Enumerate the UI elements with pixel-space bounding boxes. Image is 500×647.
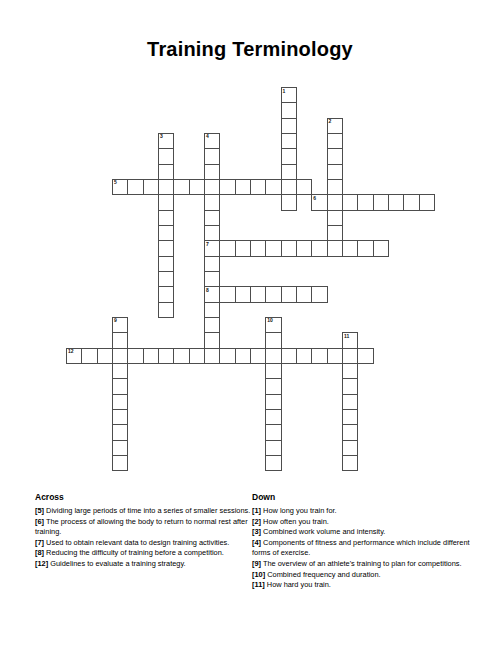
clue-number: [12] <box>35 559 48 568</box>
grid-cell[interactable] <box>342 348 358 364</box>
clue-text: Combined frequency and duration. <box>265 570 380 579</box>
grid-cell[interactable] <box>204 271 220 287</box>
clue-number: [10] <box>252 570 265 579</box>
grid-cell[interactable] <box>342 455 358 471</box>
grid-cell[interactable] <box>204 225 220 241</box>
grid-cell[interactable] <box>327 179 343 195</box>
grid-cell[interactable] <box>342 363 358 379</box>
clue-item: [10] Combined frequency and duration. <box>252 570 476 581</box>
clue-item: [7] Used to obtain relevant data to desi… <box>35 538 251 549</box>
grid-cell[interactable] <box>250 179 266 195</box>
grid-cell[interactable] <box>204 133 220 149</box>
clue-item: [3] Combined work volume and intensity. <box>252 527 476 538</box>
crossword-grid: 123456789101112 <box>66 87 436 472</box>
grid-cell[interactable] <box>281 179 297 195</box>
grid-cell[interactable] <box>265 440 281 456</box>
grid-cell[interactable] <box>342 332 358 348</box>
grid-cell[interactable] <box>250 348 266 364</box>
grid-cell[interactable] <box>112 409 128 425</box>
grid-cell[interactable] <box>281 87 297 103</box>
grid-cell[interactable] <box>189 179 205 195</box>
grid-cell[interactable] <box>112 317 128 333</box>
grid-cell[interactable] <box>158 240 174 256</box>
grid-cell[interactable] <box>311 240 327 256</box>
grid-cell[interactable] <box>296 286 312 302</box>
grid-cell[interactable] <box>204 240 220 256</box>
clue-number: [3] <box>252 527 261 536</box>
grid-cell[interactable] <box>204 256 220 272</box>
clue-text: Combined work volume and intensity. <box>261 527 385 536</box>
grid-cell[interactable] <box>311 348 327 364</box>
grid-cell[interactable] <box>158 164 174 180</box>
grid-cell[interactable] <box>158 210 174 226</box>
grid-cell[interactable] <box>81 348 97 364</box>
grid-cell[interactable] <box>265 317 281 333</box>
clue-text: How long you train for. <box>261 506 337 515</box>
grid-cell[interactable] <box>327 148 343 164</box>
grid-cell[interactable] <box>112 424 128 440</box>
grid-cell[interactable] <box>204 317 220 333</box>
grid-cell[interactable] <box>342 394 358 410</box>
grid-cell[interactable] <box>204 194 220 210</box>
clue-text: The process of allowing the body to retu… <box>35 517 248 537</box>
grid-cell[interactable] <box>112 348 128 364</box>
grid-cell[interactable] <box>173 179 189 195</box>
grid-cell[interactable] <box>219 286 235 302</box>
grid-cell[interactable] <box>327 118 343 134</box>
crossword-page: Training Terminology 123456789101112 Acr… <box>0 0 500 647</box>
grid-cell[interactable] <box>158 348 174 364</box>
grid-cell[interactable] <box>219 179 235 195</box>
clue-item: [1] How long you train for. <box>252 506 476 517</box>
across-header: Across <box>35 492 251 502</box>
grid-cell[interactable] <box>204 286 220 302</box>
grid-cell[interactable] <box>342 409 358 425</box>
clue-text: Used to obtain relevant data to design t… <box>44 538 229 547</box>
grid-cell[interactable] <box>281 164 297 180</box>
grid-cell[interactable] <box>158 133 174 149</box>
grid-cell[interactable] <box>158 194 174 210</box>
grid-cell[interactable] <box>281 348 297 364</box>
down-clue-list: [1] How long you train for.[2] How often… <box>252 506 476 591</box>
grid-cell[interactable] <box>158 286 174 302</box>
clue-item: [11] How hard you train. <box>252 580 476 591</box>
grid-cell[interactable] <box>342 194 358 210</box>
grid-cell[interactable] <box>296 348 312 364</box>
grid-cell[interactable] <box>158 179 174 195</box>
clue-text: Dividing large periods of time into a se… <box>44 506 250 515</box>
grid-cell[interactable] <box>143 348 159 364</box>
grid-cell[interactable] <box>97 348 113 364</box>
grid-cell[interactable] <box>373 194 389 210</box>
grid-cell[interactable] <box>296 179 312 195</box>
grid-cell[interactable] <box>311 286 327 302</box>
grid-cell[interactable] <box>327 240 343 256</box>
grid-cell[interactable] <box>204 348 220 364</box>
grid-cell[interactable] <box>112 179 128 195</box>
grid-cell[interactable] <box>158 225 174 241</box>
grid-cell[interactable] <box>112 440 128 456</box>
clue-text: Components of fitness and performance wh… <box>252 538 470 558</box>
clue-item: [4] Components of fitness and performanc… <box>252 538 476 559</box>
grid-cell[interactable] <box>265 363 281 379</box>
clue-number: [4] <box>252 538 261 547</box>
grid-cell[interactable] <box>296 240 312 256</box>
grid-cell[interactable] <box>281 102 297 118</box>
clue-item: [8] Reducing the difficulty of training … <box>35 548 251 559</box>
grid-cell[interactable] <box>327 348 343 364</box>
clue-item: [12] Guidelines to evaluate a training s… <box>35 559 251 570</box>
grid-cell[interactable] <box>357 194 373 210</box>
grid-cell[interactable] <box>143 179 159 195</box>
grid-cell[interactable] <box>342 240 358 256</box>
grid-cell[interactable] <box>265 409 281 425</box>
grid-cell[interactable] <box>112 332 128 348</box>
grid-cell[interactable] <box>357 240 373 256</box>
grid-cell[interactable] <box>158 148 174 164</box>
grid-cell[interactable] <box>311 194 327 210</box>
grid-cell[interactable] <box>235 348 251 364</box>
grid-cell[interactable] <box>281 118 297 134</box>
grid-cell[interactable] <box>204 164 220 180</box>
clue-text: Guidelines to evaluate a training strate… <box>48 559 186 568</box>
grid-cell[interactable] <box>388 194 404 210</box>
grid-cell[interactable] <box>204 210 220 226</box>
grid-cell[interactable] <box>158 302 174 318</box>
grid-cell[interactable] <box>265 286 281 302</box>
grid-cell[interactable] <box>342 440 358 456</box>
grid-cell[interactable] <box>281 286 297 302</box>
grid-cell[interactable] <box>265 424 281 440</box>
grid-cell[interactable] <box>327 164 343 180</box>
clue-number: [11] <box>252 580 265 589</box>
clue-number: [7] <box>35 538 44 547</box>
clue-item: [5] Dividing large periods of time into … <box>35 506 251 517</box>
grid-cell[interactable] <box>250 240 266 256</box>
grid-cell[interactable] <box>265 378 281 394</box>
clue-number: [6] <box>35 517 44 526</box>
grid-cell[interactable] <box>112 394 128 410</box>
grid-cell[interactable] <box>419 194 435 210</box>
grid-cell[interactable] <box>281 148 297 164</box>
grid-cell[interactable] <box>265 348 281 364</box>
grid-cell[interactable] <box>327 194 343 210</box>
clue-number: [2] <box>252 517 261 526</box>
grid-cell[interactable] <box>219 240 235 256</box>
grid-cell[interactable] <box>66 348 82 364</box>
grid-cell[interactable] <box>250 286 266 302</box>
grid-cell[interactable] <box>189 348 205 364</box>
grid-cell[interactable] <box>204 148 220 164</box>
grid-cell[interactable] <box>357 348 373 364</box>
grid-cell[interactable] <box>112 363 128 379</box>
grid-cell[interactable] <box>342 424 358 440</box>
grid-cell[interactable] <box>219 348 235 364</box>
grid-cell[interactable] <box>342 378 358 394</box>
clue-item: [2] How often you train. <box>252 517 476 528</box>
puzzle-title: Training Terminology <box>0 38 500 61</box>
grid-cell[interactable] <box>327 133 343 149</box>
grid-cell[interactable] <box>158 271 174 287</box>
clue-item: [6] The process of allowing the body to … <box>35 517 251 538</box>
clue-item: [9] The overview of an athlete's trainin… <box>252 559 476 570</box>
down-header: Down <box>252 492 476 502</box>
grid-cell[interactable] <box>265 455 281 471</box>
clue-text: How hard you train. <box>265 580 331 589</box>
across-clues-section: Across [5] Dividing large periods of tim… <box>35 492 251 570</box>
grid-cell[interactable] <box>204 179 220 195</box>
clue-text: The overview of an athlete's training to… <box>261 559 462 568</box>
clue-number: [9] <box>252 559 261 568</box>
grid-cell[interactable] <box>265 179 281 195</box>
grid-cell[interactable] <box>281 194 297 210</box>
grid-cell[interactable] <box>281 240 297 256</box>
clue-text: How often you train. <box>261 517 329 526</box>
grid-cell[interactable] <box>265 332 281 348</box>
grid-cell[interactable] <box>265 394 281 410</box>
down-clues-section: Down [1] How long you train for.[2] How … <box>252 492 476 591</box>
clue-number: [8] <box>35 548 44 557</box>
grid-cell[interactable] <box>204 302 220 318</box>
clue-number: [1] <box>252 506 261 515</box>
grid-cell[interactable] <box>235 179 251 195</box>
grid-cell[interactable] <box>235 286 251 302</box>
clue-text: Reducing the difficulty of training befo… <box>44 548 224 557</box>
grid-cell[interactable] <box>112 455 128 471</box>
grid-cell[interactable] <box>235 240 251 256</box>
grid-cell[interactable] <box>327 225 343 241</box>
grid-cell[interactable] <box>158 256 174 272</box>
across-clue-list: [5] Dividing large periods of time into … <box>35 506 251 570</box>
grid-cell[interactable] <box>373 240 389 256</box>
grid-cell[interactable] <box>127 179 143 195</box>
grid-cell[interactable] <box>112 378 128 394</box>
clue-number: [5] <box>35 506 44 515</box>
grid-cell[interactable] <box>127 348 143 364</box>
grid-cell[interactable] <box>403 194 419 210</box>
grid-cell[interactable] <box>265 240 281 256</box>
grid-cell[interactable] <box>173 348 189 364</box>
grid-cell[interactable] <box>204 332 220 348</box>
grid-cell[interactable] <box>327 210 343 226</box>
grid-cell[interactable] <box>281 133 297 149</box>
